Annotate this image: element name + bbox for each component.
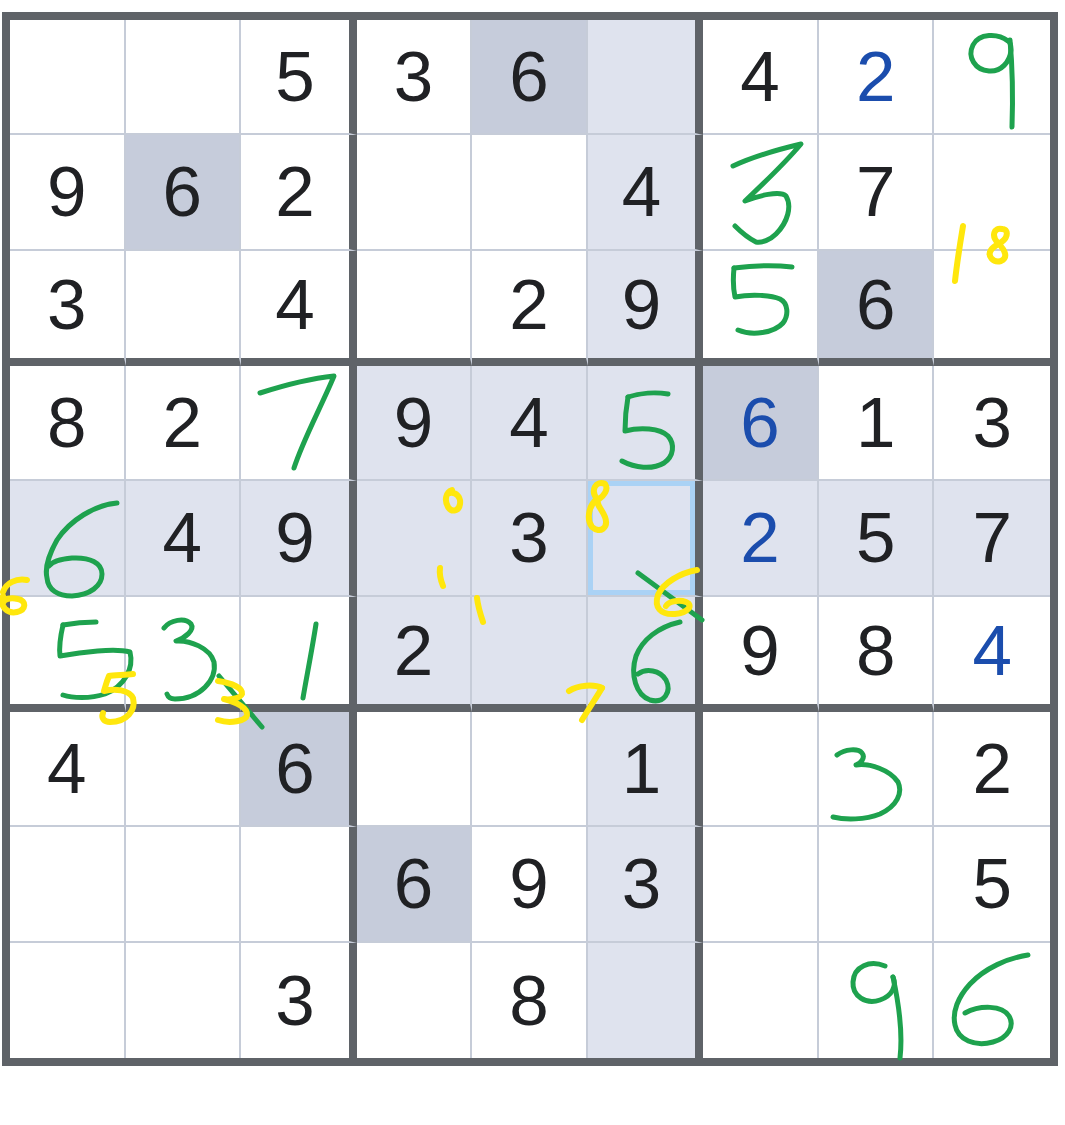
digit: 8 [509,965,549,1036]
digit: 8 [856,615,896,686]
digit: 9 [509,848,549,919]
digit: 7 [856,156,896,227]
digit: 2 [509,269,549,340]
digit: 4 [275,269,315,340]
cell-r3c1[interactable]: 3 [10,251,126,366]
digit: 4 [740,41,780,112]
cell-r7c7[interactable] [703,712,819,827]
cell-r7c1[interactable]: 4 [10,712,126,827]
digit: 1 [622,733,662,804]
cell-r6c9[interactable]: 4 [934,597,1050,712]
cell-r4c6[interactable] [588,366,704,481]
cell-r9c5[interactable]: 8 [472,943,588,1058]
cell-r3c4[interactable] [357,251,473,366]
cell-r1c4[interactable]: 3 [357,20,473,135]
cell-r7c2[interactable] [126,712,242,827]
cell-r4c7[interactable]: 6 [703,366,819,481]
cell-r8c9[interactable]: 5 [934,827,1050,942]
digit: 5 [972,848,1012,919]
cell-r2c9[interactable] [934,135,1050,250]
cell-r6c5[interactable] [472,597,588,712]
cell-r9c9[interactable] [934,943,1050,1058]
cell-r9c1[interactable] [10,943,126,1058]
cell-r3c7[interactable] [703,251,819,366]
cell-r1c6[interactable] [588,20,704,135]
cell-r8c3[interactable] [241,827,357,942]
cell-r1c9[interactable] [934,20,1050,135]
cell-r4c1[interactable]: 8 [10,366,126,481]
cell-r2c5[interactable] [472,135,588,250]
cell-r4c5[interactable]: 4 [472,366,588,481]
cell-r5c7[interactable]: 2 [703,481,819,596]
cell-r4c8[interactable]: 1 [819,366,935,481]
digit: 2 [972,733,1012,804]
cell-r9c7[interactable] [703,943,819,1058]
digit: 6 [856,269,896,340]
cell-r7c8[interactable] [819,712,935,827]
cell-r8c5[interactable]: 9 [472,827,588,942]
digit: 9 [622,269,662,340]
cell-r8c7[interactable] [703,827,819,942]
cell-r5c9[interactable]: 7 [934,481,1050,596]
cell-r5c8[interactable]: 5 [819,481,935,596]
cell-r5c4[interactable] [357,481,473,596]
cell-r7c5[interactable] [472,712,588,827]
digit: 4 [972,615,1012,686]
cell-r2c6[interactable]: 4 [588,135,704,250]
cell-r7c3[interactable]: 6 [241,712,357,827]
digit: 3 [47,269,87,340]
cell-r2c7[interactable] [703,135,819,250]
cell-r6c1[interactable] [10,597,126,712]
cell-r2c4[interactable] [357,135,473,250]
cell-r9c4[interactable] [357,943,473,1058]
digit: 8 [47,387,87,458]
cell-r9c2[interactable] [126,943,242,1058]
cell-r1c1[interactable] [10,20,126,135]
cell-r5c3[interactable]: 9 [241,481,357,596]
cell-r4c4[interactable]: 9 [357,366,473,481]
digit: 2 [740,502,780,573]
sudoku-board: 5364296247342968294613493257298446126935… [2,12,1058,1066]
cell-r6c7[interactable]: 9 [703,597,819,712]
cell-r9c3[interactable]: 3 [241,943,357,1058]
digit: 9 [275,502,315,573]
cell-r8c2[interactable] [126,827,242,942]
digit: 5 [275,41,315,112]
digit: 6 [275,733,315,804]
cell-r7c4[interactable] [357,712,473,827]
cell-r3c5[interactable]: 2 [472,251,588,366]
cell-r3c8[interactable]: 6 [819,251,935,366]
digit: 6 [394,848,434,919]
cell-r2c3[interactable]: 2 [241,135,357,250]
cell-r8c4[interactable]: 6 [357,827,473,942]
cell-r2c2[interactable]: 6 [126,135,242,250]
cell-r3c6[interactable]: 9 [588,251,704,366]
digit: 3 [509,502,549,573]
digit: 4 [47,733,87,804]
digit: 6 [740,387,780,458]
cell-r4c9[interactable]: 3 [934,366,1050,481]
cell-r5c1[interactable] [10,481,126,596]
cell-r3c9[interactable] [934,251,1050,366]
cell-r7c6[interactable]: 1 [588,712,704,827]
digit: 2 [394,615,434,686]
cell-r4c2[interactable]: 2 [126,366,242,481]
digit: 9 [740,615,780,686]
sudoku-grid: 5364296247342968294613493257298446126935… [10,20,1050,1058]
cell-r8c1[interactable] [10,827,126,942]
cell-r8c8[interactable] [819,827,935,942]
digit: 2 [856,41,896,112]
digit: 4 [509,387,549,458]
cell-r5c5[interactable]: 3 [472,481,588,596]
digit: 6 [509,41,549,112]
digit: 6 [163,156,203,227]
digit: 3 [394,41,434,112]
cell-r6c4[interactable]: 2 [357,597,473,712]
cell-r1c3[interactable]: 5 [241,20,357,135]
cell-r1c7[interactable]: 4 [703,20,819,135]
cell-r5c6[interactable] [588,481,704,596]
cell-r6c6[interactable] [588,597,704,712]
digit: 3 [622,848,662,919]
cell-r6c2[interactable] [126,597,242,712]
digit: 4 [622,156,662,227]
digit: 9 [394,387,434,458]
digit: 9 [47,156,87,227]
digit: 5 [856,502,896,573]
cell-r3c2[interactable] [126,251,242,366]
cell-r1c5[interactable]: 6 [472,20,588,135]
cell-r1c8[interactable]: 2 [819,20,935,135]
cell-r2c1[interactable]: 9 [10,135,126,250]
cell-r9c8[interactable] [819,943,935,1058]
digit: 4 [163,502,203,573]
cell-r4c3[interactable] [241,366,357,481]
digit: 2 [275,156,315,227]
digit: 7 [972,502,1012,573]
digit: 3 [275,965,315,1036]
digit: 2 [163,387,203,458]
cell-r6c3[interactable] [241,597,357,712]
digit: 1 [856,387,896,458]
cell-r1c2[interactable] [126,20,242,135]
cell-r8c6[interactable]: 3 [588,827,704,942]
digit: 3 [972,387,1012,458]
cell-r5c2[interactable]: 4 [126,481,242,596]
cell-r2c8[interactable]: 7 [819,135,935,250]
sudoku-app: 5364296247342968294613493257298446126935… [0,0,1065,1125]
cell-r7c9[interactable]: 2 [934,712,1050,827]
cell-r6c8[interactable]: 8 [819,597,935,712]
cell-r9c6[interactable] [588,943,704,1058]
cell-r3c3[interactable]: 4 [241,251,357,366]
